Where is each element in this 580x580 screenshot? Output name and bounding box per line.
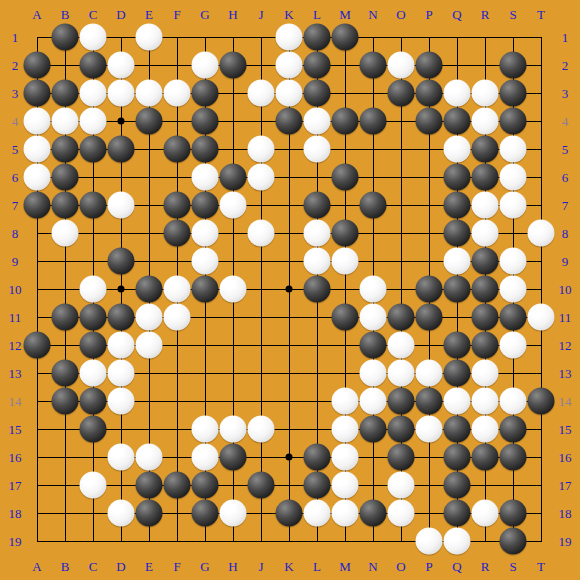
- black-stone-C15: [80, 416, 107, 443]
- intersection-S17[interactable]: [499, 471, 527, 499]
- intersection-E6[interactable]: [135, 163, 163, 191]
- black-stone-R10: [472, 276, 499, 303]
- intersection-H3[interactable]: [219, 79, 247, 107]
- black-stone-Q8: [444, 220, 471, 247]
- intersection-A1[interactable]: [23, 23, 51, 51]
- intersection-H17[interactable]: [219, 471, 247, 499]
- intersection-G11[interactable]: [191, 303, 219, 331]
- intersection-F16[interactable]: [163, 443, 191, 471]
- black-stone-N18: [360, 500, 387, 527]
- black-stone-N15: [360, 416, 387, 443]
- intersection-A16[interactable]: [23, 443, 51, 471]
- white-stone-S9: [500, 248, 527, 275]
- column-label: K: [284, 8, 293, 21]
- intersection-H14[interactable]: [219, 387, 247, 415]
- white-stone-R4: [472, 108, 499, 135]
- intersection-T2[interactable]: [527, 51, 555, 79]
- intersection-G1[interactable]: [191, 23, 219, 51]
- column-label: S: [509, 560, 516, 573]
- intersection-A15[interactable]: [23, 415, 51, 443]
- intersection-D15[interactable]: [107, 415, 135, 443]
- black-stone-P2: [416, 52, 443, 79]
- column-label: M: [339, 8, 351, 21]
- intersection-N19[interactable]: [359, 527, 387, 555]
- black-stone-G4: [192, 108, 219, 135]
- intersection-N17[interactable]: [359, 471, 387, 499]
- column-label: D: [116, 8, 125, 21]
- intersection-N9[interactable]: [359, 247, 387, 275]
- intersection-D6[interactable]: [107, 163, 135, 191]
- intersection-E15[interactable]: [135, 415, 163, 443]
- intersection-T10[interactable]: [527, 275, 555, 303]
- intersection-B18[interactable]: [51, 499, 79, 527]
- white-stone-G9: [192, 248, 219, 275]
- intersection-P12[interactable]: [415, 331, 443, 359]
- column-label: R: [481, 8, 490, 21]
- intersection-K11[interactable]: [275, 303, 303, 331]
- black-stone-S4: [500, 108, 527, 135]
- black-stone-G10: [192, 276, 219, 303]
- row-label: 17: [559, 479, 572, 492]
- intersection-B17[interactable]: [51, 471, 79, 499]
- intersection-F1[interactable]: [163, 23, 191, 51]
- intersection-M3[interactable]: [331, 79, 359, 107]
- column-label: K: [284, 560, 293, 573]
- black-stone-L7: [304, 192, 331, 219]
- intersection-A14[interactable]: [23, 387, 51, 415]
- white-stone-R3: [472, 80, 499, 107]
- intersection-H9[interactable]: [219, 247, 247, 275]
- black-stone-C7: [80, 192, 107, 219]
- intersection-E7[interactable]: [135, 191, 163, 219]
- row-label: 12: [9, 339, 22, 352]
- row-label: 3: [562, 87, 569, 100]
- intersection-T7[interactable]: [527, 191, 555, 219]
- intersection-J11[interactable]: [247, 303, 275, 331]
- intersection-Q11[interactable]: [443, 303, 471, 331]
- intersection-F6[interactable]: [163, 163, 191, 191]
- intersection-L6[interactable]: [303, 163, 331, 191]
- row-label: 17: [9, 479, 22, 492]
- intersection-G12[interactable]: [191, 331, 219, 359]
- row-label: 4: [562, 115, 569, 128]
- intersection-F14[interactable]: [163, 387, 191, 415]
- black-stone-S19: [500, 528, 527, 555]
- intersection-D1[interactable]: [107, 23, 135, 51]
- row-label: 5: [562, 143, 569, 156]
- intersection-G14[interactable]: [191, 387, 219, 415]
- intersection-D4[interactable]: [107, 107, 135, 135]
- intersection-T17[interactable]: [527, 471, 555, 499]
- intersection-J1[interactable]: [247, 23, 275, 51]
- intersection-P9[interactable]: [415, 247, 443, 275]
- intersection-P7[interactable]: [415, 191, 443, 219]
- white-stone-E12: [136, 332, 163, 359]
- black-stone-R12: [472, 332, 499, 359]
- column-label: H: [228, 8, 237, 21]
- intersection-P18[interactable]: [415, 499, 443, 527]
- intersection-K10[interactable]: [275, 275, 303, 303]
- intersection-N3[interactable]: [359, 79, 387, 107]
- intersection-K12[interactable]: [275, 331, 303, 359]
- intersection-H19[interactable]: [219, 527, 247, 555]
- intersection-L19[interactable]: [303, 527, 331, 555]
- white-stone-O18: [388, 500, 415, 527]
- intersection-D19[interactable]: [107, 527, 135, 555]
- row-label: 15: [9, 423, 22, 436]
- intersection-H11[interactable]: [219, 303, 247, 331]
- column-label: Q: [452, 560, 461, 573]
- intersection-F15[interactable]: [163, 415, 191, 443]
- intersection-K15[interactable]: [275, 415, 303, 443]
- intersection-B15[interactable]: [51, 415, 79, 443]
- black-stone-O14: [388, 388, 415, 415]
- intersection-E13[interactable]: [135, 359, 163, 387]
- intersection-M7[interactable]: [331, 191, 359, 219]
- white-stone-K1: [276, 24, 303, 51]
- intersection-P16[interactable]: [415, 443, 443, 471]
- intersection-F13[interactable]: [163, 359, 191, 387]
- white-stone-A4: [24, 108, 51, 135]
- intersection-K13[interactable]: [275, 359, 303, 387]
- column-label: Q: [452, 8, 461, 21]
- white-stone-S5: [500, 136, 527, 163]
- black-stone-B5: [52, 136, 79, 163]
- row-label: 7: [12, 199, 19, 212]
- intersection-Q2[interactable]: [443, 51, 471, 79]
- intersection-O9[interactable]: [387, 247, 415, 275]
- intersection-T16[interactable]: [527, 443, 555, 471]
- intersection-B16[interactable]: [51, 443, 79, 471]
- intersection-R17[interactable]: [471, 471, 499, 499]
- intersection-O19[interactable]: [387, 527, 415, 555]
- row-label: 9: [12, 255, 19, 268]
- intersection-L15[interactable]: [303, 415, 331, 443]
- intersection-T15[interactable]: [527, 415, 555, 443]
- white-stone-D2: [108, 52, 135, 79]
- intersection-T3[interactable]: [527, 79, 555, 107]
- white-stone-M16: [332, 444, 359, 471]
- white-stone-D3: [108, 80, 135, 107]
- intersection-C18[interactable]: [79, 499, 107, 527]
- intersection-O4[interactable]: [387, 107, 415, 135]
- white-stone-C13: [80, 360, 107, 387]
- intersection-D10[interactable]: [107, 275, 135, 303]
- black-stone-K18: [276, 500, 303, 527]
- intersection-O1[interactable]: [387, 23, 415, 51]
- intersection-M12[interactable]: [331, 331, 359, 359]
- black-stone-S2: [500, 52, 527, 79]
- black-stone-O15: [388, 416, 415, 443]
- intersection-S1[interactable]: [499, 23, 527, 51]
- intersection-O6[interactable]: [387, 163, 415, 191]
- white-stone-E11: [136, 304, 163, 331]
- row-label: 15: [559, 423, 572, 436]
- intersection-J16[interactable]: [247, 443, 275, 471]
- intersection-K16[interactable]: [275, 443, 303, 471]
- intersection-M5[interactable]: [331, 135, 359, 163]
- intersection-A10[interactable]: [23, 275, 51, 303]
- intersection-R1[interactable]: [471, 23, 499, 51]
- intersection-A9[interactable]: [23, 247, 51, 275]
- intersection-P5[interactable]: [415, 135, 443, 163]
- white-stone-P19: [416, 528, 443, 555]
- intersection-K14[interactable]: [275, 387, 303, 415]
- intersection-J4[interactable]: [247, 107, 275, 135]
- column-label: P: [425, 560, 432, 573]
- intersection-J10[interactable]: [247, 275, 275, 303]
- white-stone-Q3: [444, 80, 471, 107]
- black-stone-P11: [416, 304, 443, 331]
- intersection-A8[interactable]: [23, 219, 51, 247]
- black-stone-E10: [136, 276, 163, 303]
- white-stone-D7: [108, 192, 135, 219]
- row-label: 5: [12, 143, 19, 156]
- column-label: E: [145, 8, 153, 21]
- intersection-S13[interactable]: [499, 359, 527, 387]
- intersection-Q1[interactable]: [443, 23, 471, 51]
- black-stone-N7: [360, 192, 387, 219]
- intersection-E5[interactable]: [135, 135, 163, 163]
- row-label: 3: [12, 87, 19, 100]
- white-stone-H10: [220, 276, 247, 303]
- intersection-B19[interactable]: [51, 527, 79, 555]
- white-stone-L9: [304, 248, 331, 275]
- intersection-H4[interactable]: [219, 107, 247, 135]
- intersection-J19[interactable]: [247, 527, 275, 555]
- intersection-K19[interactable]: [275, 527, 303, 555]
- white-stone-D13: [108, 360, 135, 387]
- black-stone-Q15: [444, 416, 471, 443]
- intersection-M19[interactable]: [331, 527, 359, 555]
- intersection-C16[interactable]: [79, 443, 107, 471]
- intersection-F19[interactable]: [163, 527, 191, 555]
- column-label: T: [537, 8, 545, 21]
- intersection-A18[interactable]: [23, 499, 51, 527]
- white-stone-A6: [24, 164, 51, 191]
- column-label: P: [425, 8, 432, 21]
- black-stone-B1: [52, 24, 79, 51]
- intersection-B2[interactable]: [51, 51, 79, 79]
- intersection-T12[interactable]: [527, 331, 555, 359]
- intersection-A11[interactable]: [23, 303, 51, 331]
- column-label: C: [89, 560, 98, 573]
- intersection-N5[interactable]: [359, 135, 387, 163]
- intersection-H13[interactable]: [219, 359, 247, 387]
- intersection-K5[interactable]: [275, 135, 303, 163]
- row-label: 1: [12, 31, 19, 44]
- white-stone-A5: [24, 136, 51, 163]
- intersection-C8[interactable]: [79, 219, 107, 247]
- intersection-O7[interactable]: [387, 191, 415, 219]
- row-label: 16: [559, 451, 572, 464]
- black-stone-B3: [52, 80, 79, 107]
- intersection-N8[interactable]: [359, 219, 387, 247]
- intersection-F12[interactable]: [163, 331, 191, 359]
- intersection-T13[interactable]: [527, 359, 555, 387]
- intersection-A19[interactable]: [23, 527, 51, 555]
- intersection-C6[interactable]: [79, 163, 107, 191]
- intersection-E2[interactable]: [135, 51, 163, 79]
- column-label: J: [258, 8, 263, 21]
- column-label: L: [313, 560, 321, 573]
- black-stone-M8: [332, 220, 359, 247]
- intersection-H12[interactable]: [219, 331, 247, 359]
- intersection-T9[interactable]: [527, 247, 555, 275]
- black-stone-E4: [136, 108, 163, 135]
- intersection-S8[interactable]: [499, 219, 527, 247]
- row-label: 10: [9, 283, 22, 296]
- white-stone-C1: [80, 24, 107, 51]
- intersection-T5[interactable]: [527, 135, 555, 163]
- intersection-B10[interactable]: [51, 275, 79, 303]
- intersection-B9[interactable]: [51, 247, 79, 275]
- column-label: G: [200, 560, 209, 573]
- intersection-N6[interactable]: [359, 163, 387, 191]
- white-stone-S10: [500, 276, 527, 303]
- intersection-J18[interactable]: [247, 499, 275, 527]
- white-stone-G6: [192, 164, 219, 191]
- intersection-F2[interactable]: [163, 51, 191, 79]
- intersection-J12[interactable]: [247, 331, 275, 359]
- white-stone-C3: [80, 80, 107, 107]
- intersection-A17[interactable]: [23, 471, 51, 499]
- black-stone-Q16: [444, 444, 471, 471]
- intersection-K9[interactable]: [275, 247, 303, 275]
- black-stone-C14: [80, 388, 107, 415]
- black-stone-S15: [500, 416, 527, 443]
- intersection-T18[interactable]: [527, 499, 555, 527]
- intersection-P1[interactable]: [415, 23, 443, 51]
- intersection-F4[interactable]: [163, 107, 191, 135]
- intersection-M2[interactable]: [331, 51, 359, 79]
- row-label: 11: [559, 311, 572, 324]
- intersection-F18[interactable]: [163, 499, 191, 527]
- intersection-R19[interactable]: [471, 527, 499, 555]
- intersection-L11[interactable]: [303, 303, 331, 331]
- black-stone-N2: [360, 52, 387, 79]
- white-stone-S12: [500, 332, 527, 359]
- row-label: 18: [559, 507, 572, 520]
- white-stone-D12: [108, 332, 135, 359]
- intersection-P8[interactable]: [415, 219, 443, 247]
- black-stone-H2: [220, 52, 247, 79]
- intersection-H5[interactable]: [219, 135, 247, 163]
- row-label: 6: [562, 171, 569, 184]
- black-stone-F7: [164, 192, 191, 219]
- intersection-T4[interactable]: [527, 107, 555, 135]
- intersection-L14[interactable]: [303, 387, 331, 415]
- intersection-P17[interactable]: [415, 471, 443, 499]
- intersection-F9[interactable]: [163, 247, 191, 275]
- row-label: 19: [9, 535, 22, 548]
- white-stone-F3: [164, 80, 191, 107]
- white-stone-R14: [472, 388, 499, 415]
- black-stone-P10: [416, 276, 443, 303]
- intersection-J9[interactable]: [247, 247, 275, 275]
- intersection-H1[interactable]: [219, 23, 247, 51]
- intersection-E8[interactable]: [135, 219, 163, 247]
- row-label: 19: [559, 535, 572, 548]
- intersection-R2[interactable]: [471, 51, 499, 79]
- white-stone-J5: [248, 136, 275, 163]
- intersection-A13[interactable]: [23, 359, 51, 387]
- black-stone-B14: [52, 388, 79, 415]
- intersection-J2[interactable]: [247, 51, 275, 79]
- black-stone-G17: [192, 472, 219, 499]
- intersection-K6[interactable]: [275, 163, 303, 191]
- row-label: 1: [562, 31, 569, 44]
- black-stone-G18: [192, 500, 219, 527]
- intersection-M13[interactable]: [331, 359, 359, 387]
- white-stone-L8: [304, 220, 331, 247]
- intersection-T6[interactable]: [527, 163, 555, 191]
- black-stone-L3: [304, 80, 331, 107]
- intersection-G13[interactable]: [191, 359, 219, 387]
- intersection-T1[interactable]: [527, 23, 555, 51]
- black-stone-B6: [52, 164, 79, 191]
- intersection-D17[interactable]: [107, 471, 135, 499]
- black-stone-M11: [332, 304, 359, 331]
- column-label: N: [368, 8, 377, 21]
- white-stone-O13: [388, 360, 415, 387]
- intersection-D8[interactable]: [107, 219, 135, 247]
- intersection-T19[interactable]: [527, 527, 555, 555]
- black-stone-O16: [388, 444, 415, 471]
- black-stone-A12: [24, 332, 51, 359]
- intersection-M10[interactable]: [331, 275, 359, 303]
- intersection-K8[interactable]: [275, 219, 303, 247]
- black-stone-S16: [500, 444, 527, 471]
- black-stone-K4: [276, 108, 303, 135]
- intersection-C19[interactable]: [79, 527, 107, 555]
- intersection-G19[interactable]: [191, 527, 219, 555]
- intersection-L13[interactable]: [303, 359, 331, 387]
- intersection-O8[interactable]: [387, 219, 415, 247]
- intersection-C9[interactable]: [79, 247, 107, 275]
- white-stone-Q19: [444, 528, 471, 555]
- intersection-J7[interactable]: [247, 191, 275, 219]
- black-stone-O11: [388, 304, 415, 331]
- intersection-N1[interactable]: [359, 23, 387, 51]
- intersection-E19[interactable]: [135, 527, 163, 555]
- white-stone-D18: [108, 500, 135, 527]
- intersection-E9[interactable]: [135, 247, 163, 275]
- white-stone-C10: [80, 276, 107, 303]
- intersection-K17[interactable]: [275, 471, 303, 499]
- intersection-O5[interactable]: [387, 135, 415, 163]
- intersection-L12[interactable]: [303, 331, 331, 359]
- white-stone-G2: [192, 52, 219, 79]
- white-stone-O12: [388, 332, 415, 359]
- intersection-B12[interactable]: [51, 331, 79, 359]
- intersection-J14[interactable]: [247, 387, 275, 415]
- intersection-J13[interactable]: [247, 359, 275, 387]
- white-stone-M9: [332, 248, 359, 275]
- black-stone-L1: [304, 24, 331, 51]
- white-stone-M15: [332, 416, 359, 443]
- intersection-P6[interactable]: [415, 163, 443, 191]
- row-label: 2: [562, 59, 569, 72]
- white-stone-C4: [80, 108, 107, 135]
- intersection-E14[interactable]: [135, 387, 163, 415]
- intersection-K7[interactable]: [275, 191, 303, 219]
- white-stone-O2: [388, 52, 415, 79]
- intersection-H8[interactable]: [219, 219, 247, 247]
- black-stone-E17: [136, 472, 163, 499]
- intersection-O10[interactable]: [387, 275, 415, 303]
- intersection-N16[interactable]: [359, 443, 387, 471]
